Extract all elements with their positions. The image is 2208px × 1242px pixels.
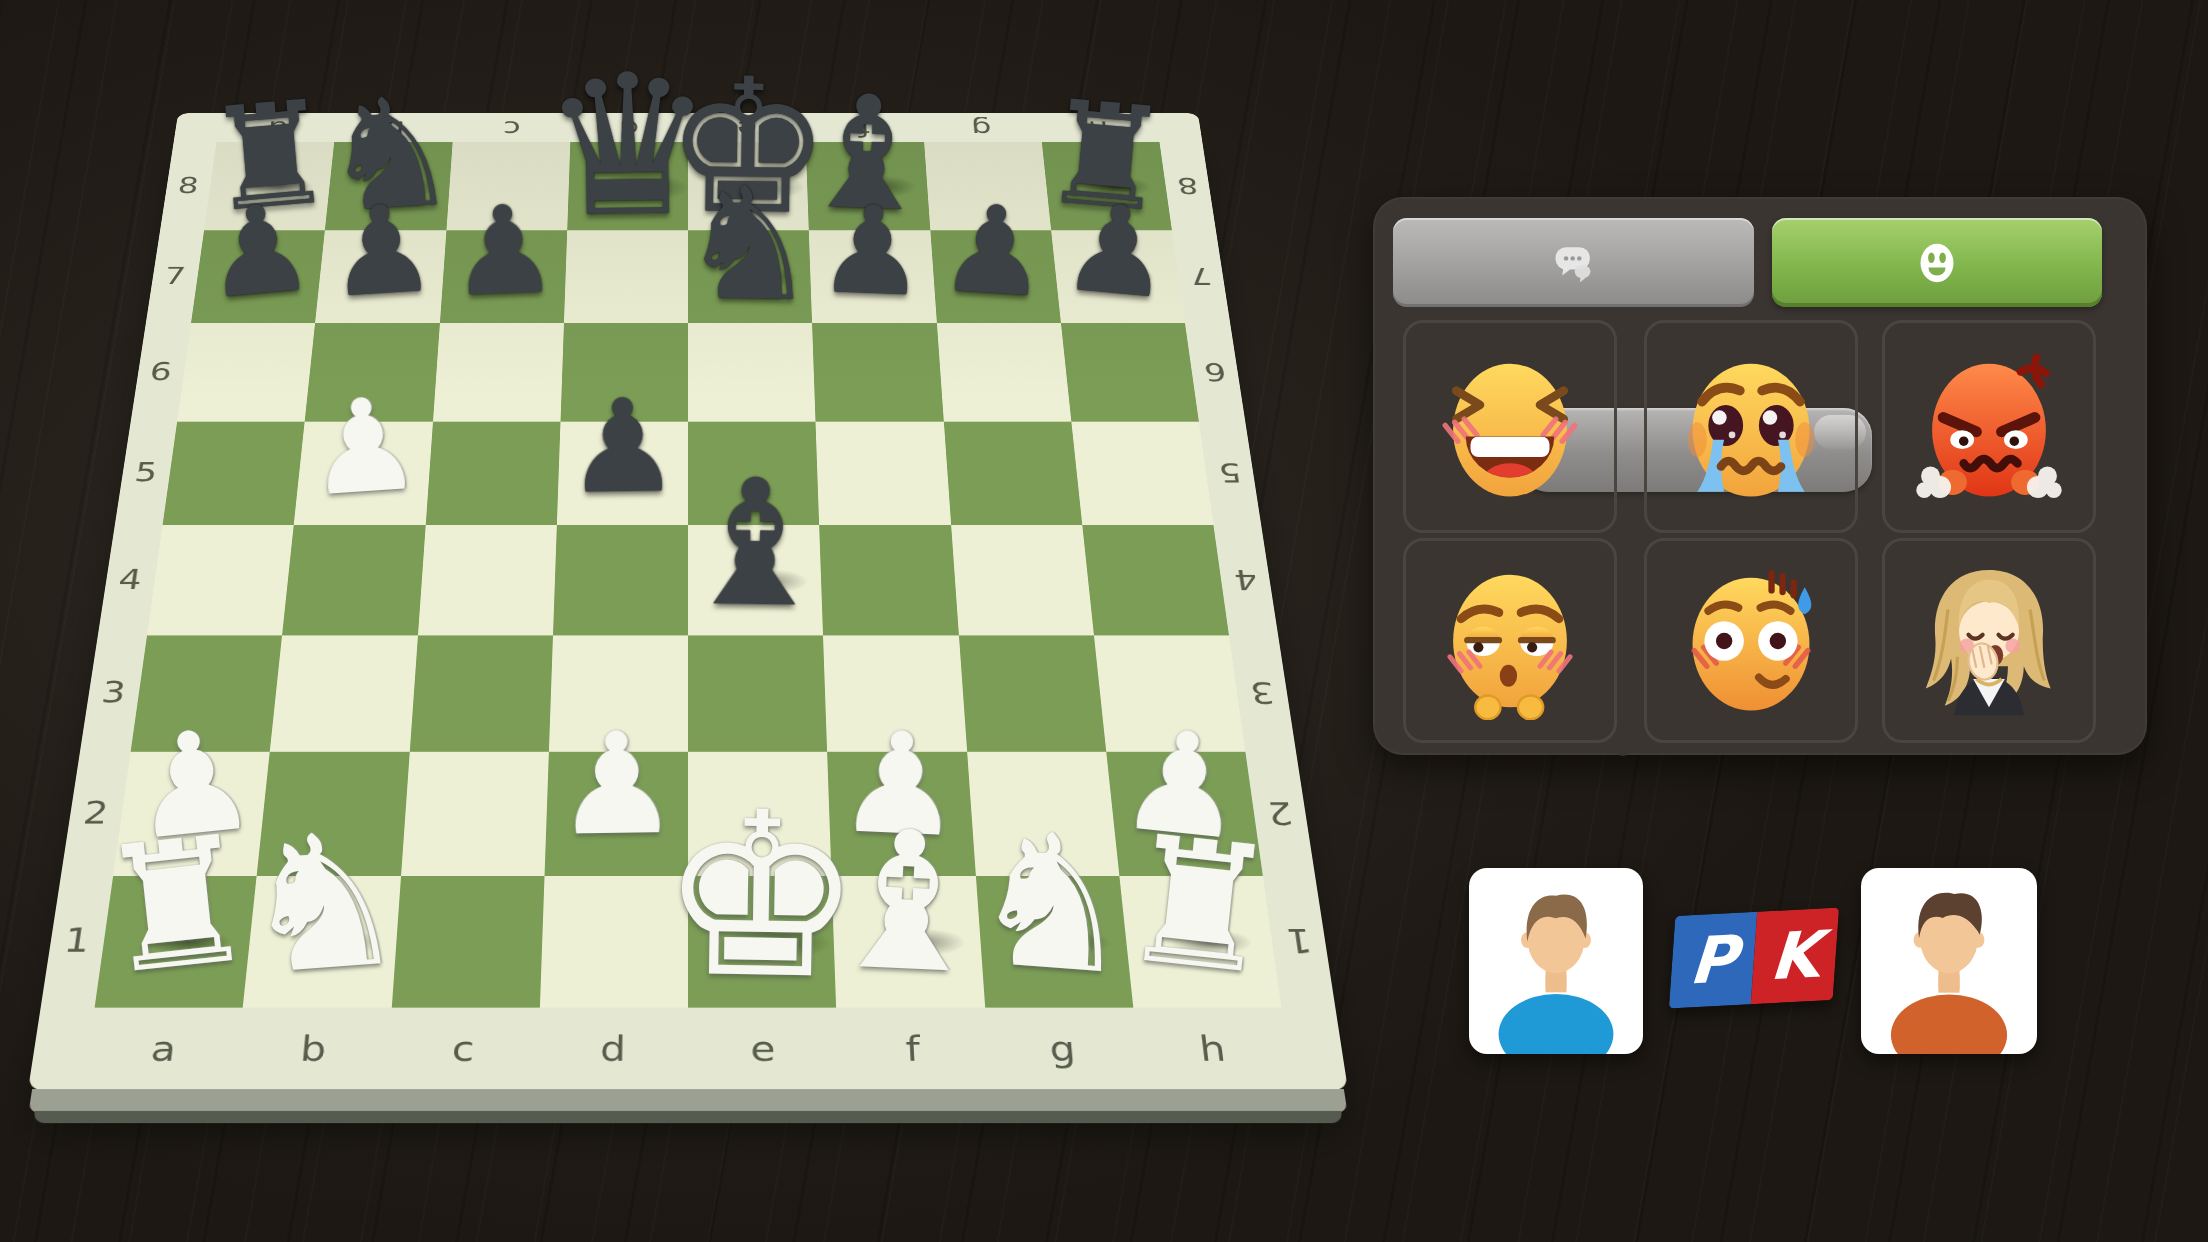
chat-bubbles-icon (1541, 230, 1607, 296)
tab-emotes[interactable] (1772, 218, 2102, 307)
emote-flushed-sweat[interactable] (1644, 538, 1858, 743)
pk-letter-p: P (1669, 912, 1757, 1009)
square-g4[interactable] (951, 525, 1094, 635)
rank-label-left-7: 7 (162, 262, 187, 289)
file-label-bottom-b: b (299, 1028, 328, 1069)
file-label-bottom-g: g (1048, 1028, 1077, 1069)
rank-label-right-4: 4 (1232, 563, 1260, 595)
emote-laughing-blush[interactable] (1403, 320, 1617, 533)
file-label-bottom-a: a (149, 1028, 179, 1069)
game-screen: aabbccddeeffgghh1122334455667788 ♜♞♛♚♝♜♟… (0, 0, 2208, 1242)
rank-label-right-8: 8 (1176, 172, 1200, 198)
angry-steam-emoji (1910, 348, 2068, 506)
file-label-top-c: c (502, 116, 521, 141)
square-d4[interactable] (553, 525, 688, 635)
file-label-bottom-e: e (750, 1028, 776, 1069)
avatar-left-person-icon (1469, 868, 1643, 1054)
emote-panel (1373, 197, 2147, 755)
piece-white-rook-h1[interactable]: ♜ (1112, 811, 1285, 1000)
piece-black-pawn-a7[interactable]: ♟ (199, 186, 318, 317)
square-a6[interactable] (177, 323, 315, 421)
rank-label-left-5: 5 (133, 457, 160, 487)
anime-girl-sticker (1910, 562, 2068, 720)
square-a4[interactable] (147, 525, 294, 635)
file-label-bottom-d: d (600, 1028, 626, 1069)
rank-label-right-1: 1 (1284, 921, 1315, 960)
rank-label-right-6: 6 (1202, 357, 1228, 386)
flushed-sweat-emoji (1672, 562, 1830, 720)
piece-black-pawn-b7[interactable]: ♟ (323, 188, 440, 316)
square-c5[interactable] (425, 421, 560, 525)
player-avatar-right[interactable] (1861, 868, 2037, 1054)
file-label-top-g: g (970, 116, 992, 141)
weary-blush-emoji (1431, 562, 1589, 720)
piece-black-pawn-c7[interactable]: ♟ (447, 189, 561, 315)
piece-black-pawn-h7[interactable]: ♟ (1057, 186, 1176, 317)
emote-weary-blush[interactable] (1403, 538, 1617, 743)
square-g6[interactable] (936, 323, 1071, 421)
square-h6[interactable] (1061, 323, 1199, 421)
square-c4[interactable] (418, 525, 557, 635)
square-b4[interactable] (282, 525, 425, 635)
pk-versus-badge: P K (1669, 907, 1839, 1008)
piece-black-pawn-d5[interactable]: ♟ (565, 382, 682, 512)
rank-label-left-1: 1 (61, 921, 92, 960)
file-label-bottom-f: f (904, 1028, 920, 1069)
square-c2[interactable] (401, 752, 549, 876)
board-frame-edge (29, 1089, 1348, 1113)
square-c3[interactable] (409, 635, 552, 752)
piece-white-knight-b1[interactable]: ♞ (233, 805, 413, 1002)
avatar-right-person-icon (1861, 868, 2037, 1054)
board-frame-shadow (33, 1111, 1343, 1123)
file-label-bottom-c: c (451, 1028, 475, 1069)
square-c1[interactable] (391, 876, 544, 1008)
piece-white-pawn-b5[interactable]: ♟ (302, 379, 426, 515)
piece-black-pawn-g7[interactable]: ♟ (936, 188, 1053, 316)
square-g3[interactable] (958, 635, 1106, 752)
rank-label-left-3: 3 (99, 675, 128, 709)
square-e3[interactable] (688, 635, 827, 752)
tab-chat[interactable] (1393, 218, 1754, 307)
square-h5[interactable] (1071, 421, 1213, 525)
square-c6[interactable] (433, 323, 564, 421)
pk-letter-k: K (1751, 907, 1839, 1004)
square-b3[interactable] (270, 635, 418, 752)
rank-label-right-7: 7 (1189, 262, 1214, 289)
rank-label-left-8: 8 (176, 172, 200, 198)
square-e6[interactable] (688, 323, 816, 421)
square-f6[interactable] (812, 323, 943, 421)
emote-anime-girl-sticker[interactable] (1882, 538, 2096, 743)
rank-label-left-6: 6 (148, 357, 174, 386)
rank-label-left-4: 4 (116, 563, 144, 595)
piece-black-bishop-e4[interactable]: ♝ (675, 456, 834, 633)
square-f5[interactable] (816, 421, 951, 525)
rank-label-right-5: 5 (1217, 457, 1244, 487)
file-label-bottom-h: h (1197, 1028, 1228, 1069)
piece-black-pawn-f7[interactable]: ♟ (815, 189, 929, 315)
square-g5[interactable] (943, 421, 1082, 525)
smiley-icon (1904, 230, 1970, 296)
crying-emoji (1672, 348, 1830, 506)
emote-crying[interactable] (1644, 320, 1858, 533)
laughing-blush-emoji (1431, 348, 1589, 506)
square-a5[interactable] (163, 421, 305, 525)
emote-angry-steam[interactable] (1882, 320, 2096, 533)
square-h4[interactable] (1082, 525, 1229, 635)
square-f4[interactable] (819, 525, 958, 635)
rank-label-right-3: 3 (1248, 675, 1277, 709)
player-avatar-left[interactable] (1469, 868, 1643, 1054)
piece-black-knight-e7[interactable]: ♞ (679, 166, 821, 323)
